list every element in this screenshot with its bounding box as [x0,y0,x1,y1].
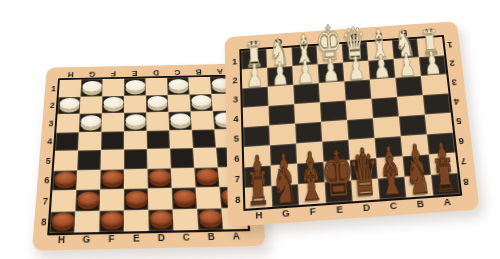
chess-square-a5[interactable] [425,113,453,135]
checkers-bottom-label-c: C [174,230,200,244]
white-checker-d2[interactable] [147,96,167,108]
checkers-square-d3[interactable] [146,112,169,130]
checkers-square-h8[interactable] [49,211,75,233]
chess-square-d8[interactable]: ♛ [351,179,379,202]
checkers-square-d4[interactable] [147,130,170,149]
product-photo-scene: HGFEDCBA1122334455667788HGFEDCBA HGFEDCB… [0,0,500,259]
checkers-square-d8[interactable] [148,209,173,231]
chess-square-h5[interactable] [243,125,270,147]
chess-board: HGFEDCBA1♜♞♝♚♛♝♞♜12♟♟♟♟♟♟♟♟2334455667♟♟♟… [225,21,480,227]
checkers-square-h7[interactable] [51,190,76,211]
chess-square-d3[interactable] [344,80,371,101]
white-checker-b2[interactable] [191,95,212,107]
white-checker-e3[interactable] [125,114,146,126]
checkers-square-c1[interactable] [167,77,190,94]
chess-square-h4[interactable] [243,106,269,127]
checkers-bottom-label-g: G [74,232,99,246]
checkers-square-d6[interactable] [147,168,171,189]
chess-square-a4[interactable] [423,93,451,114]
checkers-bottom-label-a: A [223,229,249,243]
white-checker-e1[interactable] [125,80,145,92]
checkers-corner-bl [35,233,49,247]
chess-corner-bl [231,209,246,224]
checkers-square-h5[interactable] [54,150,78,170]
checkers-bottom-label-d: D [149,230,174,244]
checkers-bottom-label-h: H [49,233,75,247]
dark-checker-d6[interactable] [148,170,170,184]
checkers-square-g8[interactable] [74,210,99,232]
chess-square-c3[interactable] [370,78,397,99]
checkers-square-f3[interactable] [101,113,124,131]
white-checker-h2[interactable] [59,98,80,110]
dark-checker-e7[interactable] [125,190,147,204]
checkers-square-e7[interactable] [124,188,148,209]
chess-left-label-8: 8 [231,188,246,210]
chess-left-label-4: 4 [229,108,243,129]
checkers-square-e5[interactable] [124,149,147,169]
chess-square-b2[interactable]: ♟ [394,57,421,78]
chess-left-label-6: 6 [230,147,245,168]
checkers-square-h1[interactable] [59,80,82,97]
checkers-square-g2[interactable] [80,96,103,114]
dark-checker-f6[interactable] [101,171,123,185]
checkers-square-b7[interactable] [196,187,222,208]
checkers-square-b8[interactable] [197,208,223,230]
checkers-square-d2[interactable] [146,95,169,113]
checkers-square-d1[interactable] [146,78,168,95]
chess-right-label-1: 1 [442,36,458,55]
chess-square-b5[interactable] [399,115,427,137]
checkers-square-e6[interactable] [124,168,148,189]
checkers-square-b6[interactable] [194,167,219,188]
chess-square-b3[interactable] [395,76,422,97]
chess-square-d4[interactable] [346,99,373,120]
checkers-square-c8[interactable] [173,208,199,230]
dark-checker-b6[interactable] [195,169,218,183]
checkers-square-d7[interactable] [148,188,173,209]
chess-square-c2[interactable]: ♟ [368,59,395,80]
checkers-square-b4[interactable] [192,129,216,148]
checkers-square-e3[interactable] [124,112,147,130]
chess-square-h3[interactable] [242,87,268,108]
checkers-square-e1[interactable] [124,78,146,95]
checkers-square-f5[interactable] [101,149,124,169]
chess-square-f2[interactable]: ♟ [292,64,318,85]
checkers-square-e4[interactable] [124,130,147,149]
checkers-square-g3[interactable] [79,113,102,131]
chess-left-label-1: 1 [228,51,242,71]
checkers-bottom-label-e: E [124,231,149,245]
checkers-square-c6[interactable] [171,167,196,188]
checkers-square-c3[interactable] [168,111,191,129]
chess-square-g4[interactable] [268,104,295,125]
checkers-square-h3[interactable] [56,114,79,132]
chess-square-c8[interactable]: ♝ [378,177,407,200]
checkers-corner-br [248,229,263,243]
checkers-square-f4[interactable] [101,131,124,150]
checkers-bottom-label-b: B [198,229,224,243]
checkers-square-f2[interactable] [102,95,124,113]
chess-square-g8[interactable]: ♞ [271,184,299,207]
chess-square-f4[interactable] [294,102,321,123]
chess-right-label-6: 6 [453,132,469,153]
checkers-square-b5[interactable] [193,148,218,168]
chess-square-h2[interactable]: ♟ [242,68,268,89]
chess-square-f3[interactable] [293,83,320,104]
checkers-square-f6[interactable] [100,169,124,190]
dark-rook-h8[interactable]: ♜ [246,166,271,213]
checkers-top-label-h: H [60,69,82,80]
dark-checker-g7[interactable] [77,191,99,205]
checkers-square-f1[interactable] [102,79,124,96]
dark-bishop-c8[interactable]: ♝ [376,150,407,203]
dark-checker-h6[interactable] [54,172,76,186]
chess-square-g3[interactable] [268,85,294,106]
checkers-top-label-e: E [124,68,145,78]
chess-grid: HGFEDCBA1♜♞♝♚♛♝♞♜12♟♟♟♟♟♟♟♟2334455667♟♟♟… [227,24,476,223]
dark-checker-f8[interactable] [100,212,123,227]
chess-right-label-4: 4 [449,92,465,112]
chess-right-label-7: 7 [455,152,472,173]
chess-square-b8[interactable]: ♞ [404,175,433,198]
chess-square-a8[interactable]: ♜ [431,173,460,196]
checkers-square-e8[interactable] [124,209,149,231]
chess-square-a3[interactable] [421,74,449,95]
chess-square-e2[interactable]: ♟ [318,62,345,83]
chess-square-a2[interactable]: ♟ [419,55,446,76]
dark-knight-g8[interactable]: ♞ [271,160,299,211]
checkers-square-c5[interactable] [170,148,194,168]
dark-knight-b8[interactable]: ♞ [403,150,433,201]
chess-square-c5[interactable] [373,116,401,138]
checkers-square-b2[interactable] [189,94,212,112]
checkers-square-g6[interactable] [76,169,100,190]
chess-left-label-3: 3 [228,88,242,108]
checkers-square-c4[interactable] [169,129,193,148]
checkers-top-label-c: C [167,67,189,77]
chess-corner-tr [441,24,456,37]
checkers-square-b1[interactable] [188,77,211,94]
white-checker-g1[interactable] [82,81,102,93]
chess-right-label-2: 2 [444,54,460,74]
checkers-top-label-d: D [145,68,167,78]
checkers-square-g4[interactable] [78,131,101,150]
white-checker-c1[interactable] [168,79,188,91]
chess-left-label-5: 5 [229,127,243,148]
chess-square-e8[interactable]: ♚ [325,180,353,203]
chess-right-label-3: 3 [446,73,462,93]
chess-corner-br [460,193,476,208]
dark-checker-c7[interactable] [173,189,196,203]
white-checker-g3[interactable] [80,115,101,127]
checkers-square-h6[interactable] [52,170,77,191]
chess-left-label-7: 7 [230,167,245,189]
checkers-top-label-f: F [103,69,124,79]
dark-rook-a8[interactable]: ♜ [430,153,458,200]
chess-square-c4[interactable] [371,97,399,118]
chess-left-label-2: 2 [228,70,242,90]
checkers-square-d5[interactable] [147,149,171,169]
dark-checker-b8[interactable] [198,210,221,225]
dark-checker-h8[interactable] [51,213,74,228]
white-checker-f2[interactable] [103,97,123,109]
checkers-corner-tl [49,70,61,80]
checkers-square-g7[interactable] [75,189,100,210]
checkers-square-f8[interactable] [99,210,124,232]
chess-right-label-8: 8 [458,172,475,194]
chess-square-g2[interactable]: ♟ [267,66,293,87]
checkers-square-h2[interactable] [57,96,80,114]
checkers-square-b3[interactable] [191,111,215,129]
chess-square-h8[interactable]: ♜ [245,186,272,209]
dark-checker-d8[interactable] [149,211,172,226]
checkers-square-f7[interactable] [100,189,124,210]
checkers-square-c7[interactable] [172,187,197,208]
checkers-square-e2[interactable] [124,95,146,113]
chess-square-e3[interactable] [319,81,346,102]
white-checker-c3[interactable] [169,113,190,125]
checkers-top-label-b: B [188,67,210,77]
chess-square-d2[interactable]: ♟ [343,61,370,82]
chess-square-g5[interactable] [269,124,296,146]
chess-corner-tl [227,39,241,52]
checkers-top-label-g: G [81,69,103,80]
chess-right-label-5: 5 [451,112,467,133]
chess-square-b4[interactable] [397,95,425,116]
checkers-bottom-label-f: F [99,231,124,245]
checkers-square-c2[interactable] [168,94,191,112]
checkers-square-g5[interactable] [77,150,101,170]
chess-square-e4[interactable] [320,101,347,122]
checkers-square-g1[interactable] [80,79,102,96]
checkers-square-h4[interactable] [55,132,79,151]
